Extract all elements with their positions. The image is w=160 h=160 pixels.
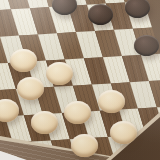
light-piece[interactable] xyxy=(64,101,91,124)
light-piece[interactable] xyxy=(110,121,137,144)
dark-piece[interactable] xyxy=(88,4,113,25)
dark-piece[interactable] xyxy=(125,0,150,18)
light-piece[interactable] xyxy=(31,111,58,134)
light-piece[interactable] xyxy=(17,77,44,100)
light-piece[interactable] xyxy=(10,49,37,72)
light-piece[interactable] xyxy=(46,62,73,85)
checkers-photo xyxy=(0,0,160,160)
dark-piece[interactable] xyxy=(134,35,159,56)
light-piece[interactable] xyxy=(71,134,98,157)
dark-piece[interactable] xyxy=(52,0,77,15)
light-piece[interactable] xyxy=(98,90,125,113)
